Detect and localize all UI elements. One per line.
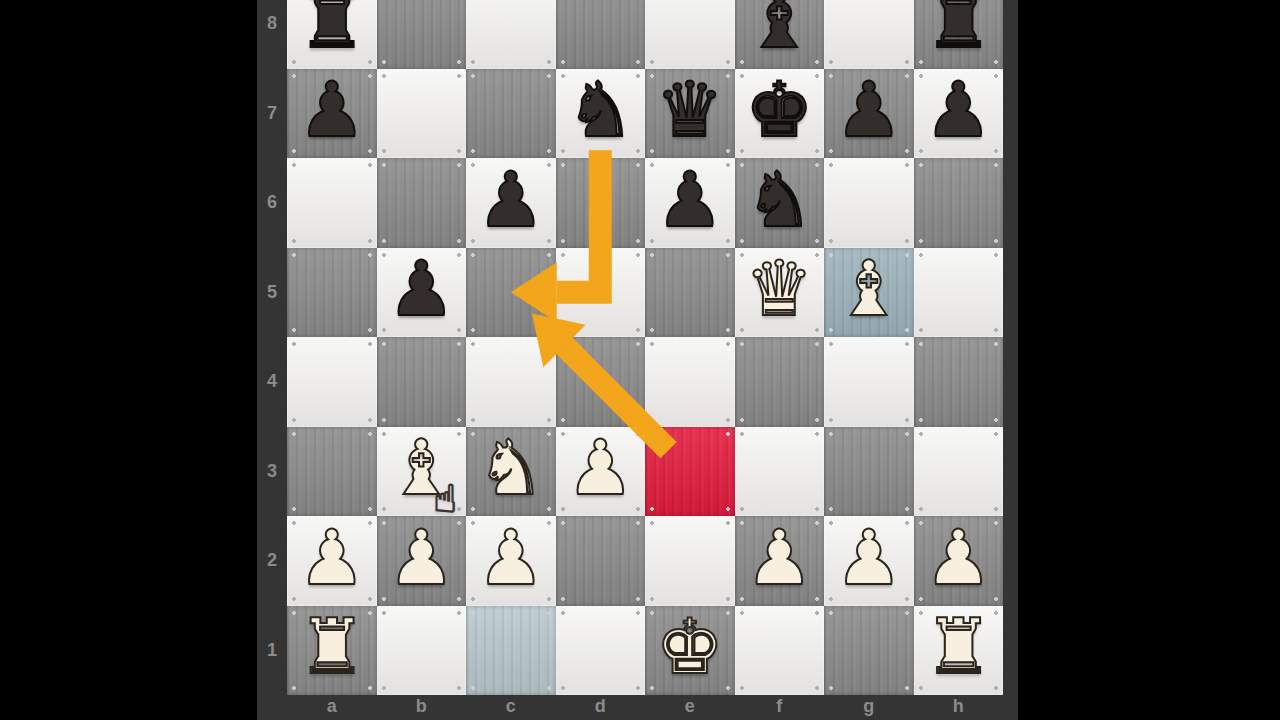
square-b5[interactable]: ♟ xyxy=(377,248,467,338)
square-d5[interactable] xyxy=(556,248,646,338)
square-f3[interactable] xyxy=(735,427,825,517)
file-label-a: a xyxy=(287,695,377,720)
square-e5[interactable] xyxy=(645,248,735,338)
square-f5[interactable]: ♛ xyxy=(735,248,825,338)
square-e3[interactable] xyxy=(645,427,735,517)
square-h7[interactable]: ♟ xyxy=(914,69,1004,159)
square-h4[interactable] xyxy=(914,337,1004,427)
square-a1[interactable]: ♜ xyxy=(287,606,377,696)
rank-label-1: 1 xyxy=(257,606,287,696)
piece-white-queen[interactable]: ♛ xyxy=(745,251,813,327)
file-label-b: b xyxy=(377,695,467,720)
piece-white-pawn[interactable]: ♟ xyxy=(745,520,813,596)
square-f4[interactable] xyxy=(735,337,825,427)
square-c3[interactable]: ♞ xyxy=(466,427,556,517)
piece-white-bishop[interactable]: ♝ xyxy=(387,430,455,506)
square-d6[interactable] xyxy=(556,158,646,248)
square-b7[interactable] xyxy=(377,69,467,159)
square-b2[interactable]: ♟ xyxy=(377,516,467,606)
rank-label-3: 3 xyxy=(257,427,287,517)
piece-white-pawn[interactable]: ♟ xyxy=(924,520,992,596)
square-d4[interactable] xyxy=(556,337,646,427)
square-a7[interactable]: ♟ xyxy=(287,69,377,159)
square-c1[interactable] xyxy=(466,606,556,696)
square-g3[interactable] xyxy=(824,427,914,517)
square-g7[interactable]: ♟ xyxy=(824,69,914,159)
square-c7[interactable] xyxy=(466,69,556,159)
piece-white-pawn[interactable]: ♟ xyxy=(835,520,903,596)
file-labels: abcdefgh xyxy=(287,695,1003,720)
square-f2[interactable]: ♟ xyxy=(735,516,825,606)
square-b8[interactable] xyxy=(377,0,467,69)
square-e8[interactable] xyxy=(645,0,735,69)
square-f1[interactable] xyxy=(735,606,825,696)
square-g8[interactable] xyxy=(824,0,914,69)
square-d1[interactable] xyxy=(556,606,646,696)
piece-black-pawn[interactable]: ♟ xyxy=(387,251,455,327)
square-g5[interactable]: ♝ xyxy=(824,248,914,338)
square-c5[interactable] xyxy=(466,248,556,338)
file-label-h: h xyxy=(914,695,1004,720)
rank-labels: 87654321 xyxy=(257,0,287,695)
piece-white-knight[interactable]: ♞ xyxy=(477,430,545,506)
piece-white-rook[interactable]: ♜ xyxy=(924,609,992,685)
piece-black-pawn[interactable]: ♟ xyxy=(656,162,724,238)
piece-white-pawn[interactable]: ♟ xyxy=(298,520,366,596)
square-a6[interactable] xyxy=(287,158,377,248)
rank-label-6: 6 xyxy=(257,158,287,248)
video-frame: 87654321 ♜♝♜♟♞♛♚♟♟♟♟♞♟♛♝♝♞♟♟♟♟♟♟♟♜♚♜ abc… xyxy=(0,0,1280,720)
square-h3[interactable] xyxy=(914,427,1004,517)
square-c6[interactable]: ♟ xyxy=(466,158,556,248)
piece-black-rook[interactable]: ♜ xyxy=(298,0,366,59)
piece-white-pawn[interactable]: ♟ xyxy=(566,430,634,506)
square-g4[interactable] xyxy=(824,337,914,427)
square-a5[interactable] xyxy=(287,248,377,338)
square-e1[interactable]: ♚ xyxy=(645,606,735,696)
piece-black-knight[interactable]: ♞ xyxy=(745,162,813,238)
piece-black-pawn[interactable]: ♟ xyxy=(924,72,992,148)
square-c4[interactable] xyxy=(466,337,556,427)
rank-label-2: 2 xyxy=(257,516,287,606)
rank-label-7: 7 xyxy=(257,69,287,159)
piece-black-rook[interactable]: ♜ xyxy=(924,0,992,59)
piece-black-queen[interactable]: ♛ xyxy=(656,72,724,148)
square-a4[interactable] xyxy=(287,337,377,427)
file-label-c: c xyxy=(466,695,556,720)
square-e2[interactable] xyxy=(645,516,735,606)
piece-white-pawn[interactable]: ♟ xyxy=(387,520,455,596)
piece-white-pawn[interactable]: ♟ xyxy=(477,520,545,596)
file-label-e: e xyxy=(645,695,735,720)
square-h5[interactable] xyxy=(914,248,1004,338)
square-h8[interactable]: ♜ xyxy=(914,0,1004,69)
square-f7[interactable]: ♚ xyxy=(735,69,825,159)
piece-black-pawn[interactable]: ♟ xyxy=(298,72,366,148)
rank-label-8: 8 xyxy=(257,0,287,69)
file-label-d: d xyxy=(556,695,646,720)
square-e4[interactable] xyxy=(645,337,735,427)
piece-white-rook[interactable]: ♜ xyxy=(298,609,366,685)
piece-black-knight[interactable]: ♞ xyxy=(566,72,634,148)
piece-black-pawn[interactable]: ♟ xyxy=(835,72,903,148)
chess-board[interactable]: ♜♝♜♟♞♛♚♟♟♟♟♞♟♛♝♝♞♟♟♟♟♟♟♟♜♚♜ xyxy=(287,0,1003,695)
square-b4[interactable] xyxy=(377,337,467,427)
square-d7[interactable]: ♞ xyxy=(556,69,646,159)
square-e7[interactable]: ♛ xyxy=(645,69,735,159)
square-b3[interactable]: ♝ xyxy=(377,427,467,517)
rank-label-4: 4 xyxy=(257,337,287,427)
square-d2[interactable] xyxy=(556,516,646,606)
square-g2[interactable]: ♟ xyxy=(824,516,914,606)
square-g6[interactable] xyxy=(824,158,914,248)
rank-label-5: 5 xyxy=(257,248,287,338)
file-label-g: g xyxy=(824,695,914,720)
piece-black-pawn[interactable]: ♟ xyxy=(477,162,545,238)
square-g1[interactable] xyxy=(824,606,914,696)
square-d3[interactable]: ♟ xyxy=(556,427,646,517)
piece-white-bishop[interactable]: ♝ xyxy=(835,251,903,327)
file-label-f: f xyxy=(735,695,825,720)
square-a2[interactable]: ♟ xyxy=(287,516,377,606)
square-a3[interactable] xyxy=(287,427,377,517)
square-h6[interactable] xyxy=(914,158,1004,248)
square-b1[interactable] xyxy=(377,606,467,696)
square-h1[interactable]: ♜ xyxy=(914,606,1004,696)
square-f8[interactable]: ♝ xyxy=(735,0,825,69)
piece-black-king[interactable]: ♚ xyxy=(745,72,813,148)
square-c2[interactable]: ♟ xyxy=(466,516,556,606)
square-b6[interactable] xyxy=(377,158,467,248)
square-h2[interactable]: ♟ xyxy=(914,516,1004,606)
piece-black-bishop[interactable]: ♝ xyxy=(745,0,813,59)
square-f6[interactable]: ♞ xyxy=(735,158,825,248)
piece-white-king[interactable]: ♚ xyxy=(656,609,724,685)
square-a8[interactable]: ♜ xyxy=(287,0,377,69)
square-d8[interactable] xyxy=(556,0,646,69)
square-c8[interactable] xyxy=(466,0,556,69)
square-e6[interactable]: ♟ xyxy=(645,158,735,248)
